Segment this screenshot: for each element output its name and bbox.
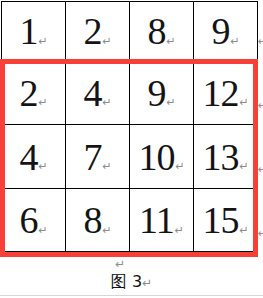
cell-number: 4: [83, 74, 101, 112]
cell-end-marker: ↵: [38, 161, 47, 172]
cell-number: 10: [138, 138, 174, 176]
grid-cell-r3c3: 10↵: [130, 125, 194, 189]
cell-number: 12: [202, 74, 238, 112]
row-end-marker-1: ↵: [258, 36, 263, 47]
document-figure-canvas: 1↵2↵8↵9↵2↵4↵9↵12↵4↵7↵10↵13↵6↵8↵11↵15↵ ↵↵…: [0, 0, 263, 298]
cell-end-marker: ↵: [102, 225, 111, 236]
row-end-marker-2: ↵: [258, 100, 263, 111]
grid-cell-r3c4: 13↵: [194, 125, 258, 189]
grid-cell-r1c1: 1↵: [2, 2, 66, 61]
grid-cell-r2c1: 2↵: [2, 61, 66, 125]
cell-number: 4: [19, 138, 37, 176]
cell-number: 11: [139, 201, 174, 239]
caption-paragraph-mark: ↵: [142, 276, 152, 290]
cell-end-marker: ↵: [175, 225, 184, 236]
grid-cell-r1c4: 9↵: [194, 2, 258, 61]
cell-number: 2: [19, 74, 37, 112]
cell-end-marker: ↵: [38, 225, 47, 236]
cell-number: 9: [147, 74, 165, 112]
cell-number: 8: [83, 201, 101, 239]
grid-cell-r2c4: 12↵: [194, 61, 258, 125]
cell-number: 9: [211, 12, 229, 50]
row-end-marker-3: ↵: [258, 164, 263, 175]
grid-cell-r1c2: 2↵: [66, 2, 130, 61]
grid-cell-r4c1: 6↵: [2, 189, 66, 252]
cell-end-marker: ↵: [38, 97, 47, 108]
cell-end-marker: ↵: [239, 225, 248, 236]
cell-number: 13: [202, 138, 238, 176]
caption-text: 图 3: [111, 272, 142, 291]
grid-cell-r4c3: 11↵: [130, 189, 194, 252]
number-grid: 1↵2↵8↵9↵2↵4↵9↵12↵4↵7↵10↵13↵6↵8↵11↵15↵: [1, 1, 258, 252]
grid-cell-r1c3: 8↵: [130, 2, 194, 61]
text-boundary-line: [0, 295, 263, 296]
cell-number: 1: [19, 12, 37, 50]
cell-number: 7: [83, 138, 101, 176]
figure-caption: 图 3↵: [0, 272, 263, 291]
cell-end-marker: ↵: [166, 97, 175, 108]
grid-cell-r3c2: 7↵: [66, 125, 130, 189]
grid-cell-r2c3: 9↵: [130, 61, 194, 125]
cell-number: 15: [202, 201, 238, 239]
cell-end-marker: ↵: [239, 161, 248, 172]
grid-cell-r2c2: 4↵: [66, 61, 130, 125]
grid-cell-r4c4: 15↵: [194, 189, 258, 252]
cell-end-marker: ↵: [102, 36, 111, 47]
grid-cell-r3c1: 4↵: [2, 125, 66, 189]
cell-end-marker: ↵: [175, 161, 184, 172]
paragraph-mark: ↵: [115, 258, 125, 270]
cell-number: 8: [147, 12, 165, 50]
cell-end-marker: ↵: [230, 36, 239, 47]
cell-end-marker: ↵: [166, 36, 175, 47]
cell-end-marker: ↵: [102, 161, 111, 172]
cell-end-marker: ↵: [102, 97, 111, 108]
row-end-marker-4: ↵: [258, 228, 263, 239]
cell-number: 6: [19, 201, 37, 239]
grid-cell-r4c2: 8↵: [66, 189, 130, 252]
cell-number: 2: [83, 12, 101, 50]
cell-end-marker: ↵: [38, 36, 47, 47]
cell-end-marker: ↵: [239, 97, 248, 108]
